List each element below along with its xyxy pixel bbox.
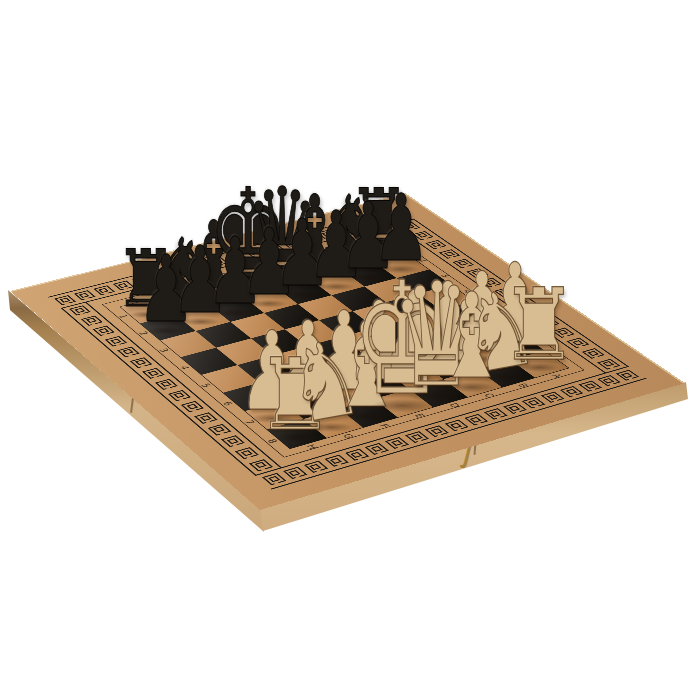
white-rook-glyph: ♜ xyxy=(500,275,578,374)
pieces-layer: ♜♞♝♚♛♝♞♜♟♟♟♟♟♟♟♟♟♟♟♟♟♟♟♟♜♞♝♚♛♝♞♜ xyxy=(0,0,700,700)
white-rook[interactable]: ♜ xyxy=(495,271,584,370)
chess-set-photo: ʃ 1122334455667788HHGGFFEEDDCCBBAA ♜♞♝♚♛… xyxy=(0,0,700,700)
